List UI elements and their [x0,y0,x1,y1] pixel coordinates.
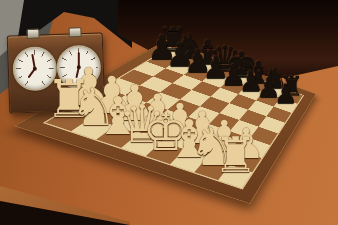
left-dial-pin [33,67,37,71]
chess-scene: Angled photo of a wooden chess set at th… [0,0,338,225]
clock-button-right[interactable] [68,27,81,37]
piece-white-rook[interactable]: ♜ [214,132,258,181]
clock-button-left[interactable] [26,29,39,39]
piece-black-pawn[interactable]: ♟ [274,81,298,108]
